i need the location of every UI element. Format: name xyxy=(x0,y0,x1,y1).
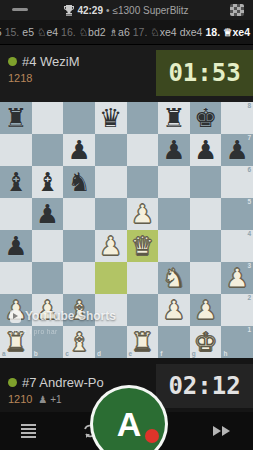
square-f3[interactable]: ♞ xyxy=(158,262,190,294)
square-c1[interactable]: ♝c xyxy=(63,326,95,358)
board-theme-icon[interactable] xyxy=(230,4,244,16)
white-pawn: ♟ xyxy=(162,294,185,326)
black-pawn: ♟ xyxy=(36,198,59,230)
black-pawn: ♟ xyxy=(226,134,249,166)
material-advantage: ♟ +1 xyxy=(38,394,61,405)
square-c2[interactable]: ♝ xyxy=(63,294,95,326)
black-knight: ♞ xyxy=(67,166,90,198)
clock-white: 02:12 xyxy=(156,364,253,408)
square-a3[interactable] xyxy=(0,262,32,294)
file-label-d: d xyxy=(97,351,101,358)
player-rating-white: 1210 xyxy=(8,393,32,405)
square-f2[interactable]: ♟ xyxy=(158,294,190,326)
rank-label-3: 3 xyxy=(247,263,251,270)
square-f6[interactable] xyxy=(158,166,190,198)
rank-label-8: 8 xyxy=(247,103,251,110)
square-b5[interactable]: ♟ xyxy=(32,198,64,230)
player-info-white: #7 Andrew-Po 1210 ♟ +1 xyxy=(8,375,104,405)
square-b8[interactable] xyxy=(32,102,64,134)
rank-label-1: 1 xyxy=(247,327,251,334)
square-b6[interactable]: ♝ xyxy=(32,166,64,198)
white-pawn: ♟ xyxy=(131,198,154,230)
move-list[interactable]: d3d515.e5♘e416.♘bd2♗a617.♘xe4dxe418.♕xe4 xyxy=(0,20,253,45)
move-number: 16. xyxy=(61,26,76,38)
square-g5[interactable] xyxy=(190,198,222,230)
square-c3[interactable] xyxy=(63,262,95,294)
move: d5 xyxy=(0,26,2,38)
square-a7[interactable] xyxy=(0,134,32,166)
move: ♘e4 xyxy=(37,26,58,38)
square-d4[interactable]: ♟ xyxy=(95,230,127,262)
square-g2[interactable]: ♟ xyxy=(190,294,222,326)
move-number: 15. xyxy=(5,26,20,38)
square-c5[interactable] xyxy=(63,198,95,230)
square-d5[interactable] xyxy=(95,198,127,230)
square-e6[interactable] xyxy=(127,166,159,198)
player-name-black: #4 WeziM xyxy=(22,54,80,69)
move: ♘xe4 xyxy=(150,26,176,38)
square-d6[interactable] xyxy=(95,166,127,198)
square-e4[interactable]: ♛ xyxy=(127,230,159,262)
square-h4[interactable]: 4 xyxy=(221,230,253,262)
black-pawn: ♟ xyxy=(4,230,27,262)
square-f7[interactable]: ♟ xyxy=(158,134,190,166)
clock-black: 01:53 xyxy=(156,50,253,96)
square-e8[interactable] xyxy=(127,102,159,134)
forward-button[interactable] xyxy=(207,412,235,450)
fast-forward-icon xyxy=(213,426,221,436)
white-rook: ♜ xyxy=(131,326,154,358)
square-b1[interactable]: b xyxy=(32,326,64,358)
move: ♘bd2 xyxy=(79,26,106,38)
avatar-letter: A xyxy=(117,405,142,444)
move-number: 17. xyxy=(133,26,148,38)
black-rook: ♜ xyxy=(162,102,185,134)
square-a4[interactable]: ♟ xyxy=(0,230,32,262)
online-indicator xyxy=(8,378,17,387)
move: ♗a6 xyxy=(109,26,130,38)
move: e5 xyxy=(22,26,34,38)
white-pawn: ♟ xyxy=(36,294,59,326)
square-a5[interactable] xyxy=(0,198,32,230)
square-c8[interactable] xyxy=(63,102,95,134)
player-info-black: #4 WeziM 1218 xyxy=(8,54,80,84)
square-h8[interactable]: 8 xyxy=(221,102,253,134)
rank-label-2: 2 xyxy=(247,295,251,302)
square-b2[interactable]: ♟ xyxy=(32,294,64,326)
move: ♕xe4 xyxy=(223,26,250,38)
separator: • xyxy=(106,5,110,16)
white-pawn: ♟ xyxy=(99,230,122,262)
file-label-c: c xyxy=(65,351,69,358)
white-queen: ♛ xyxy=(131,230,154,262)
pawn-icon: ♟ xyxy=(38,394,47,405)
square-c6[interactable]: ♞ xyxy=(63,166,95,198)
square-b3[interactable] xyxy=(32,262,64,294)
square-d8[interactable]: ♛ xyxy=(95,102,127,134)
square-b4[interactable] xyxy=(32,230,64,262)
square-d3[interactable] xyxy=(95,262,127,294)
black-pawn: ♟ xyxy=(67,134,90,166)
file-label-g: g xyxy=(192,351,196,358)
square-a6[interactable]: ♝ xyxy=(0,166,32,198)
move: 18. xyxy=(205,26,220,38)
square-d2[interactable] xyxy=(95,294,127,326)
square-c4[interactable] xyxy=(63,230,95,262)
square-e3[interactable] xyxy=(127,262,159,294)
player-name-white: #7 Andrew-Po xyxy=(22,375,104,390)
move: dxe4 xyxy=(180,26,203,38)
black-pawn: ♟ xyxy=(162,134,185,166)
black-pawn: ♟ xyxy=(194,134,217,166)
white-pawn: ♟ xyxy=(4,294,27,326)
collapse-button[interactable] xyxy=(12,8,28,11)
player-rating-black: 1218 xyxy=(8,72,32,84)
black-king: ♚ xyxy=(194,102,217,134)
black-rook: ♜ xyxy=(4,102,27,134)
record-dot xyxy=(145,429,159,443)
black-bishop: ♝ xyxy=(4,166,27,198)
square-e7[interactable] xyxy=(127,134,159,166)
square-g7[interactable]: ♟ xyxy=(190,134,222,166)
square-e1[interactable]: ♜e xyxy=(127,326,159,358)
app-screen: 42:29 • ≤1300 SuperBlitz d3d515.e5♘e416.… xyxy=(0,0,253,450)
square-g8[interactable]: ♚ xyxy=(190,102,222,134)
white-knight: ♞ xyxy=(162,262,185,294)
square-g6[interactable] xyxy=(190,166,222,198)
square-h6[interactable]: 6 xyxy=(221,166,253,198)
square-h2[interactable]: 2 xyxy=(221,294,253,326)
square-e2[interactable] xyxy=(127,294,159,326)
square-g3[interactable] xyxy=(190,262,222,294)
white-king: ♚ xyxy=(194,326,217,358)
tournament-clock: 42:29 xyxy=(77,5,103,16)
tournament-info: 42:29 • ≤1300 SuperBlitz xyxy=(64,5,188,16)
square-b7[interactable] xyxy=(32,134,64,166)
square-d1[interactable]: d xyxy=(95,326,127,358)
player-panel-black: #4 WeziM 1218 01:53 xyxy=(0,45,253,102)
tournament-bar: 42:29 • ≤1300 SuperBlitz xyxy=(0,0,253,20)
square-f1[interactable]: f xyxy=(158,326,190,358)
black-bishop: ♝ xyxy=(36,166,59,198)
square-e5[interactable]: ♟ xyxy=(127,198,159,230)
square-d7[interactable] xyxy=(95,134,127,166)
trophy-icon xyxy=(64,5,74,16)
white-pawn: ♟ xyxy=(226,262,249,294)
rank-label-5: 5 xyxy=(247,199,251,206)
tournament-name: ≤1300 SuperBlitz xyxy=(113,5,189,16)
square-g1[interactable]: ♚g xyxy=(190,326,222,358)
file-label-f: f xyxy=(160,351,162,358)
square-h7[interactable]: ♟7 xyxy=(221,134,253,166)
file-label-a: a xyxy=(2,351,6,358)
square-h3[interactable]: ♟3 xyxy=(221,262,253,294)
rank-label-6: 6 xyxy=(247,167,251,174)
online-indicator xyxy=(8,57,17,66)
white-bishop: ♝ xyxy=(67,326,90,358)
black-queen: ♛ xyxy=(99,102,122,134)
menu-button[interactable] xyxy=(16,412,40,450)
rank-label-4: 4 xyxy=(247,231,251,238)
white-bishop: ♝ xyxy=(67,294,90,326)
square-a8[interactable]: ♜ xyxy=(0,102,32,134)
square-f8[interactable]: ♜ xyxy=(158,102,190,134)
square-c7[interactable]: ♟ xyxy=(63,134,95,166)
square-f4[interactable] xyxy=(158,230,190,262)
square-h1[interactable]: h1 xyxy=(221,326,253,358)
square-a1[interactable]: ♜a xyxy=(0,326,32,358)
chess-board: ♜♛♜♚8♟♟♟♟7♝♝♞6♟♟5♟♟♛4♞♟3♟♟♝♟♟2♜ab♝cd♜ef♚… xyxy=(0,102,253,358)
file-label-e: e xyxy=(129,351,133,358)
rank-label-7: 7 xyxy=(247,135,251,142)
square-f5[interactable] xyxy=(158,198,190,230)
square-g4[interactable] xyxy=(190,230,222,262)
square-a2[interactable]: ♟ xyxy=(0,294,32,326)
file-label-h: h xyxy=(223,351,227,358)
file-label-b: b xyxy=(34,351,38,358)
white-pawn: ♟ xyxy=(194,294,217,326)
square-h5[interactable]: 5 xyxy=(221,198,253,230)
white-rook: ♜ xyxy=(4,326,27,358)
